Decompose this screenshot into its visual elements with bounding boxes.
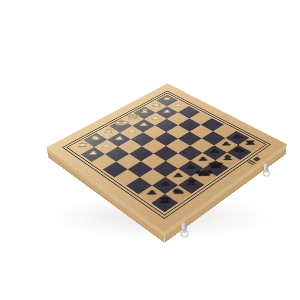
board-top-surface: ♜♟♞♟♝♟♛♟♚♟♝♟♟♞♜♟♟♜♞♟♟♝♟♛♟♚♟♝♟♞♟♜ [47,84,287,233]
square-r2c7 [215,153,240,168]
square-r7c7 [151,194,178,212]
chess-board: ♜♟♞♟♝♟♛♟♚♟♝♟♟♞♜♟♟♜♞♟♟♝♟♛♟♚♟♝♟♞♟♜ [47,84,287,233]
scene-3d: ♜♟♞♟♝♟♛♟♚♟♝♟♟♞♜♟♟♜♞♟♟♝♟♛♟♚♟♝♟♞♟♜ [0,0,300,300]
chess-set-product-photo: ♜♟♞♟♝♟♛♟♚♟♝♟♟♞♜♟♟♜♞♟♟♝♟♛♟♚♟♝♟♞♟♜ [0,0,300,300]
